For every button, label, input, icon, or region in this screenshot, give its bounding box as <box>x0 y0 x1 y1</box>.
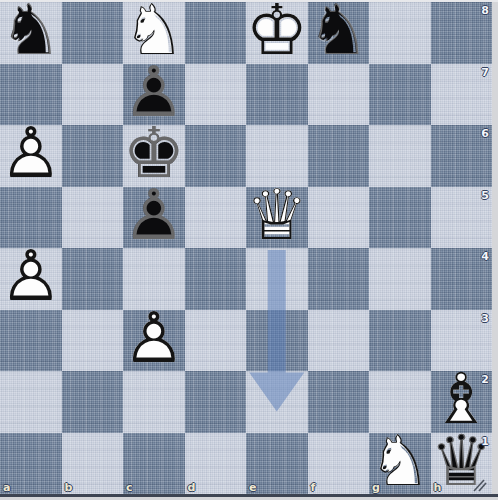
square-g5[interactable] <box>369 187 431 249</box>
white-king-e8[interactable]: ♚♔ <box>246 2 308 64</box>
black-pawn-c5[interactable]: ♟♙ <box>123 187 185 249</box>
white-pawn-a6[interactable]: ♟♙ <box>0 125 62 187</box>
square-b5[interactable] <box>62 187 124 249</box>
square-g1[interactable]: g♞♘ <box>369 433 431 495</box>
square-f8[interactable]: ♞♘ <box>308 2 370 64</box>
square-f5[interactable] <box>308 187 370 249</box>
square-g3[interactable] <box>369 310 431 372</box>
square-b2[interactable] <box>62 371 124 433</box>
file-label-d: d <box>188 481 196 494</box>
square-d8[interactable] <box>185 2 247 64</box>
square-b4[interactable] <box>62 248 124 310</box>
chess-board: ♞♘♞♘♚♔♞♘8♟♙7♟♙♚♔6♟♙♛♕5♟♙4♟♙32♝♗abcdefg♞♘… <box>0 2 492 494</box>
square-e3[interactable] <box>246 310 308 372</box>
square-a1[interactable]: a <box>0 433 62 495</box>
chess-board-widget: ♞♘♞♘♚♔♞♘8♟♙7♟♙♚♔6♟♙♛♕5♟♙4♟♙32♝♗abcdefg♞♘… <box>0 2 492 494</box>
square-b8[interactable] <box>62 2 124 64</box>
square-e1[interactable]: e <box>246 433 308 495</box>
square-g8[interactable] <box>369 2 431 64</box>
rank-label-4: 4 <box>481 250 489 263</box>
white-queen-e5[interactable]: ♛♕ <box>246 187 308 249</box>
file-label-g: g <box>372 481 380 494</box>
square-d7[interactable] <box>185 64 247 126</box>
square-c5[interactable]: ♟♙ <box>123 187 185 249</box>
white-pawn-c3[interactable]: ♟♙ <box>123 310 185 372</box>
pawn-outline-icon: ♙ <box>123 310 185 372</box>
rank-label-8: 8 <box>481 4 489 17</box>
square-d3[interactable] <box>185 310 247 372</box>
file-label-a: a <box>3 481 10 494</box>
pawn-outline-icon: ♙ <box>123 187 185 249</box>
square-f4[interactable] <box>308 248 370 310</box>
white-pawn-a4[interactable]: ♟♙ <box>0 248 62 310</box>
square-c2[interactable] <box>123 371 185 433</box>
square-e2[interactable] <box>246 371 308 433</box>
square-h4[interactable]: 4 <box>431 248 493 310</box>
square-c3[interactable]: ♟♙ <box>123 310 185 372</box>
rank-label-1: 1 <box>481 435 489 448</box>
rank-label-3: 3 <box>481 312 489 325</box>
square-h5[interactable]: 5 <box>431 187 493 249</box>
square-a2[interactable] <box>0 371 62 433</box>
rank-label-7: 7 <box>481 66 489 79</box>
square-h8[interactable]: 8 <box>431 2 493 64</box>
square-d1[interactable]: d <box>185 433 247 495</box>
black-knight-f8[interactable]: ♞♘ <box>308 2 370 64</box>
knight-outline-icon: ♘ <box>0 2 62 64</box>
square-d2[interactable] <box>185 371 247 433</box>
square-f2[interactable] <box>308 371 370 433</box>
square-e5[interactable]: ♛♕ <box>246 187 308 249</box>
square-e8[interactable]: ♚♔ <box>246 2 308 64</box>
pawn-outline-icon: ♙ <box>0 125 62 187</box>
square-a6[interactable]: ♟♙ <box>0 125 62 187</box>
square-b3[interactable] <box>62 310 124 372</box>
rank-label-6: 6 <box>481 127 489 140</box>
square-b7[interactable] <box>62 64 124 126</box>
square-c1[interactable]: c <box>123 433 185 495</box>
square-e4[interactable] <box>246 248 308 310</box>
rank-label-2: 2 <box>481 373 489 386</box>
square-g6[interactable] <box>369 125 431 187</box>
file-label-h: h <box>434 481 442 494</box>
file-label-f: f <box>311 481 316 494</box>
square-g7[interactable] <box>369 64 431 126</box>
square-f3[interactable] <box>308 310 370 372</box>
pawn-outline-icon: ♙ <box>0 248 62 310</box>
square-d6[interactable] <box>185 125 247 187</box>
square-a8[interactable]: ♞♘ <box>0 2 62 64</box>
file-label-b: b <box>65 481 73 494</box>
square-a3[interactable] <box>0 310 62 372</box>
knight-outline-icon: ♘ <box>308 2 370 64</box>
square-f1[interactable]: f <box>308 433 370 495</box>
square-a4[interactable]: ♟♙ <box>0 248 62 310</box>
resize-handle[interactable] <box>471 477 487 491</box>
square-f6[interactable] <box>308 125 370 187</box>
square-d5[interactable] <box>185 187 247 249</box>
resize-grip-icon <box>471 478 487 492</box>
rank-label-5: 5 <box>481 189 489 202</box>
file-label-e: e <box>249 481 256 494</box>
square-f7[interactable] <box>308 64 370 126</box>
black-knight-a8[interactable]: ♞♘ <box>0 2 62 64</box>
file-label-c: c <box>126 481 133 494</box>
king-outline-icon: ♔ <box>246 2 308 64</box>
square-b6[interactable] <box>62 125 124 187</box>
square-h7[interactable]: 7 <box>431 64 493 126</box>
square-e7[interactable] <box>246 64 308 126</box>
square-h6[interactable]: 6 <box>431 125 493 187</box>
square-b1[interactable]: b <box>62 433 124 495</box>
queen-outline-icon: ♕ <box>246 187 308 249</box>
square-g4[interactable] <box>369 248 431 310</box>
square-d4[interactable] <box>185 248 247 310</box>
